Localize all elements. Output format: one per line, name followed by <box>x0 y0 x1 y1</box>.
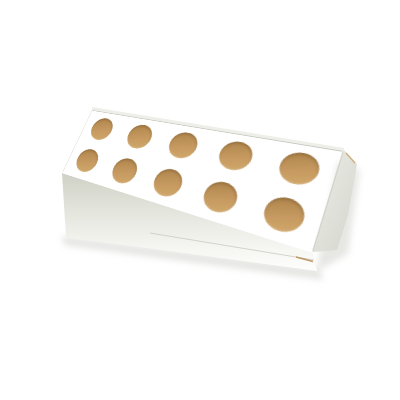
pit-hole <box>215 139 257 173</box>
pit-hole <box>199 179 241 217</box>
pit-hole <box>259 194 308 237</box>
pit-hole <box>123 123 155 150</box>
board-photo-scene <box>0 0 400 400</box>
pit-hole <box>108 156 141 186</box>
pit-hole <box>150 167 187 201</box>
pit-hole <box>165 130 202 160</box>
pit-hole <box>73 147 102 174</box>
pit-hole <box>275 150 324 188</box>
pit-hole <box>88 117 117 142</box>
